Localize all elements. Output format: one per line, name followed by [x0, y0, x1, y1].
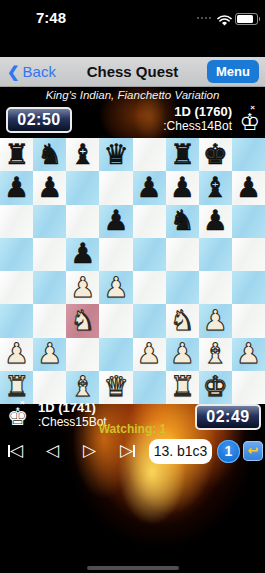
square-h3[interactable]: [232, 304, 265, 337]
square-h6[interactable]: [232, 205, 265, 238]
square-a1[interactable]: ♜: [0, 371, 33, 404]
step-back-icon: ◁: [46, 441, 59, 460]
square-h4[interactable]: [232, 271, 265, 304]
square-g4[interactable]: [199, 271, 232, 304]
status-time: 7:48: [36, 9, 66, 26]
black-rook: ♜: [4, 141, 29, 169]
square-g8[interactable]: ♚: [199, 138, 232, 171]
square-c5[interactable]: ♟: [66, 238, 99, 271]
square-e2[interactable]: ♟: [133, 338, 166, 371]
square-e4[interactable]: [133, 271, 166, 304]
opening-name-banner: King's Indian, Fianchetto Variation: [0, 89, 265, 101]
square-b5[interactable]: [33, 238, 66, 271]
black-knight: ♞: [170, 207, 195, 235]
white-rook: ♜: [4, 373, 29, 401]
move-number-badge[interactable]: 1: [217, 440, 240, 463]
skip-to-start-button[interactable]: ◁: [8, 440, 23, 462]
square-c4[interactable]: ♟: [66, 271, 99, 304]
skip-end-icon: ▷: [120, 441, 133, 460]
square-h7[interactable]: ♟: [232, 171, 265, 204]
white-pawn: ♟: [70, 274, 95, 302]
square-f4[interactable]: [166, 271, 199, 304]
move-controls: ◁ ◁ ▷ ▷ 13. b1c3 1 ↩: [0, 438, 265, 468]
square-d4[interactable]: ♟: [99, 271, 132, 304]
current-move-display[interactable]: 13. b1c3: [149, 439, 212, 464]
white-pawn: ♟: [4, 340, 29, 368]
square-f7[interactable]: ♟: [166, 171, 199, 204]
square-d6[interactable]: ♟: [99, 205, 132, 238]
square-a5[interactable]: [0, 238, 33, 271]
white-king-icon: ♔: [239, 111, 260, 134]
square-d3[interactable]: [99, 304, 132, 337]
black-pawn: ♟: [137, 174, 162, 202]
square-c2[interactable]: [66, 338, 99, 371]
square-f5[interactable]: [166, 238, 199, 271]
square-a4[interactable]: [0, 271, 33, 304]
black-rook: ♜: [170, 141, 195, 169]
undo-button[interactable]: ↩: [243, 441, 263, 461]
cellular-signal-icon: [197, 17, 213, 20]
square-d8[interactable]: ♛: [99, 138, 132, 171]
top-player-clock: 02:50: [6, 107, 72, 133]
square-e8[interactable]: [133, 138, 166, 171]
white-bishop: ♝: [70, 373, 95, 401]
white-pawn: ♟: [236, 340, 261, 368]
square-h8[interactable]: [232, 138, 265, 171]
square-h2[interactable]: ♟: [232, 338, 265, 371]
app-screen: 7:48 ❮Back Chess Quest Menu King's India…: [0, 0, 265, 573]
top-player-rating: 1D (1760): [163, 105, 232, 120]
skip-start-icon: ◁: [10, 441, 23, 460]
white-queen: ♛: [103, 373, 128, 401]
black-pawn: ♟: [170, 174, 195, 202]
black-king: ♚: [203, 141, 228, 169]
black-pawn: ♟: [203, 207, 228, 235]
white-knight: ♞: [70, 307, 95, 335]
square-b6[interactable]: [33, 205, 66, 238]
square-a8[interactable]: ♜: [0, 138, 33, 171]
step-forward-icon: ▷: [83, 441, 96, 460]
white-pawn: ♟: [203, 307, 228, 335]
square-b8[interactable]: ♞: [33, 138, 66, 171]
square-c7[interactable]: [66, 171, 99, 204]
square-g1[interactable]: ♚: [199, 371, 232, 404]
square-b7[interactable]: ♟: [33, 171, 66, 204]
white-pawn: ♟: [37, 340, 62, 368]
white-knight: ♞: [170, 307, 195, 335]
square-f1[interactable]: ♜: [166, 371, 199, 404]
square-e7[interactable]: ♟: [133, 171, 166, 204]
square-g3[interactable]: ♟: [199, 304, 232, 337]
status-bar: 7:48: [0, 0, 265, 57]
black-pawn: ♟: [37, 174, 62, 202]
square-a2[interactable]: ♟: [0, 338, 33, 371]
square-g5[interactable]: [199, 238, 232, 271]
square-a6[interactable]: [0, 205, 33, 238]
chess-board: ♜♞♝♛♜♚♟♟♟♟♝♟♟♞♟♟♟♟♞♞♟♟♟♟♟♝♟♜♝♛♜♚: [0, 138, 265, 404]
square-g6[interactable]: ♟: [199, 205, 232, 238]
square-d5[interactable]: [99, 238, 132, 271]
white-rook: ♜: [170, 373, 195, 401]
black-knight: ♞: [37, 141, 62, 169]
white-pawn: ♟: [103, 274, 128, 302]
square-f8[interactable]: ♜: [166, 138, 199, 171]
square-b2[interactable]: ♟: [33, 338, 66, 371]
black-queen: ♛: [103, 141, 128, 169]
square-e5[interactable]: [133, 238, 166, 271]
step-back-button[interactable]: ◁: [46, 440, 59, 462]
square-h5[interactable]: [232, 238, 265, 271]
square-c6[interactable]: [66, 205, 99, 238]
skip-to-end-button[interactable]: ▷: [120, 440, 135, 462]
black-pawn: ♟: [70, 240, 95, 268]
white-bishop: ♝: [203, 340, 228, 368]
square-b1[interactable]: [33, 371, 66, 404]
square-b3[interactable]: [33, 304, 66, 337]
undo-arrow-icon: ↩: [248, 443, 259, 458]
black-pawn: ♟: [4, 174, 29, 202]
battery-icon: [235, 13, 258, 25]
white-pawn: ♟: [170, 340, 195, 368]
square-e6[interactable]: [133, 205, 166, 238]
black-bishop: ♝: [70, 141, 95, 169]
square-d1[interactable]: ♛: [99, 371, 132, 404]
square-g7[interactable]: ♝: [199, 171, 232, 204]
white-pawn: ♟: [137, 340, 162, 368]
square-g2[interactable]: ♝: [199, 338, 232, 371]
square-a3[interactable]: [0, 304, 33, 337]
black-pawn: ♟: [103, 207, 128, 235]
top-player-bot-name: :Chess14Bot: [163, 120, 232, 134]
nav-bar: ❮Back Chess Quest Menu: [0, 57, 265, 87]
square-e3[interactable]: [133, 304, 166, 337]
square-c1[interactable]: ♝: [66, 371, 99, 404]
square-e1[interactable]: [133, 371, 166, 404]
square-c8[interactable]: ♝: [66, 138, 99, 171]
top-player-info: 1D (1760) :Chess14Bot: [163, 105, 232, 134]
watching-count-label: Watching: 1: [0, 422, 265, 436]
square-f2[interactable]: ♟: [166, 338, 199, 371]
square-h1[interactable]: [232, 371, 265, 404]
menu-button[interactable]: Menu: [207, 60, 259, 83]
bottom-player-rating: 1D (1741): [38, 401, 107, 416]
square-d2[interactable]: [99, 338, 132, 371]
wifi-icon: [217, 12, 232, 30]
black-bishop: ♝: [203, 174, 228, 202]
square-a7[interactable]: ♟: [0, 171, 33, 204]
black-pawn: ♟: [236, 174, 261, 202]
square-c3[interactable]: ♞: [66, 304, 99, 337]
step-forward-button[interactable]: ▷: [83, 440, 96, 462]
home-indicator[interactable]: [87, 566, 179, 570]
square-f6[interactable]: ♞: [166, 205, 199, 238]
square-f3[interactable]: ♞: [166, 304, 199, 337]
square-b4[interactable]: [33, 271, 66, 304]
square-d7[interactable]: [99, 171, 132, 204]
white-king: ♚: [203, 373, 228, 401]
